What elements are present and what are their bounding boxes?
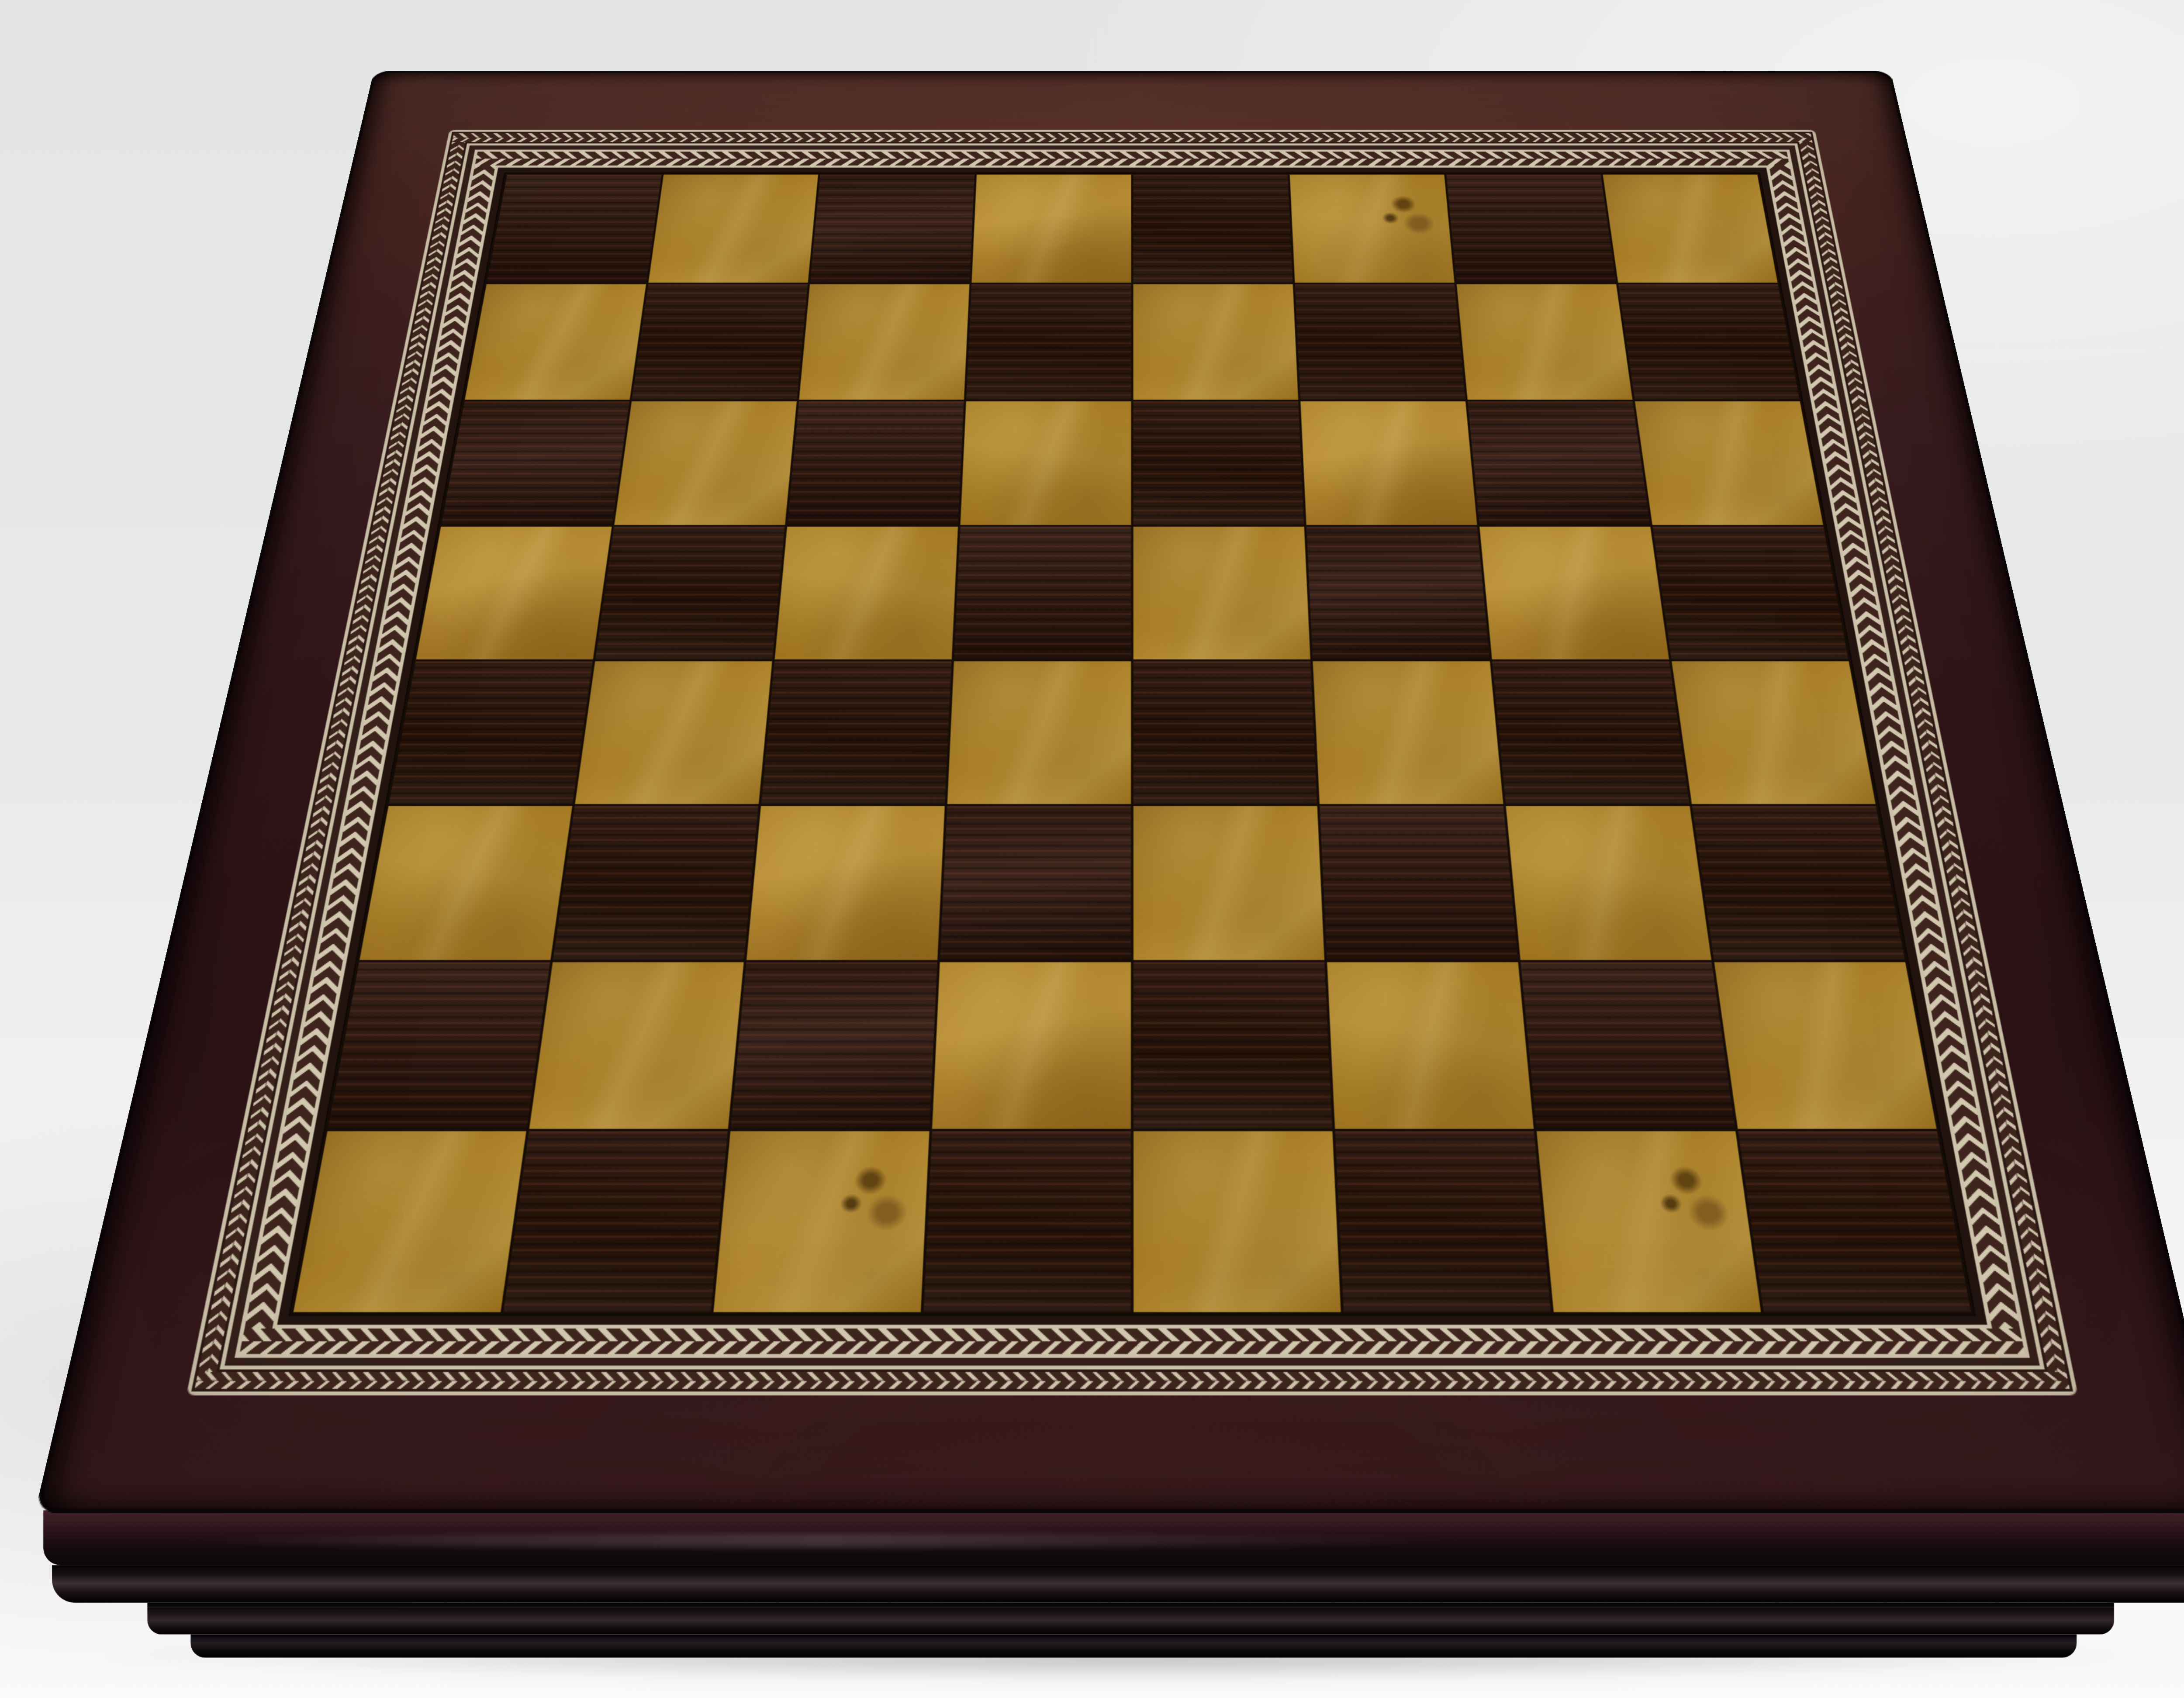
square-r6c2-dark [731, 962, 937, 1129]
square-r6c5-light [1327, 962, 1534, 1129]
square-r2c0-dark [441, 401, 629, 525]
square-r0c7-light [1603, 175, 1777, 283]
inlay-band-strip [239, 1329, 2025, 1354]
square-r6c4-dark [1133, 962, 1332, 1129]
square-r1c4-light [1133, 284, 1298, 400]
inlay-band-strip [195, 1372, 2070, 1389]
square-r0c1-light [648, 175, 818, 283]
square-r1c7-dark [1618, 284, 1800, 400]
square-r1c6-light [1457, 284, 1633, 400]
square-r5c6-light [1506, 806, 1711, 960]
square-r4c6-dark [1492, 661, 1689, 804]
square-r3c6-light [1479, 527, 1669, 659]
chess-board-grid [290, 173, 1974, 1315]
square-r2c5-light [1300, 401, 1477, 525]
square-r3c3-dark [954, 527, 1131, 659]
photo-scene [0, 0, 2184, 1698]
square-r7c3-dark [923, 1131, 1131, 1312]
square-r4c3-light [947, 661, 1131, 804]
square-r7c0-light [294, 1131, 526, 1312]
inlay-band-strip [475, 152, 1790, 166]
square-r1c1-dark [632, 284, 808, 400]
square-r2c1-light [614, 401, 797, 525]
lid-molding-edge [52, 1565, 2184, 1603]
square-r1c2-light [799, 284, 969, 400]
square-r3c2-light [775, 527, 958, 659]
square-r0c3-light [971, 175, 1131, 283]
box-base-layer [190, 1635, 2077, 1658]
square-r2c6-dark [1468, 401, 1650, 525]
square-r0c0-dark [487, 175, 661, 283]
lid-gloss-highlight [174, 1533, 1480, 1548]
square-r7c7-dark [1738, 1131, 1971, 1312]
box-body-layer [147, 1603, 2114, 1635]
lid-front-edge [43, 1510, 2184, 1565]
square-r0c5-light [1290, 175, 1455, 283]
chess-board-lid [35, 71, 2184, 1513]
square-r4c2-dark [761, 661, 951, 804]
square-r2c3-light [961, 401, 1131, 525]
square-r6c0-dark [328, 962, 550, 1129]
square-r6c3-light [932, 962, 1131, 1129]
square-r2c2-dark [787, 401, 964, 525]
square-r3c7-dark [1652, 527, 1848, 659]
square-r0c6-dark [1446, 175, 1616, 283]
square-r3c0-light [416, 527, 612, 659]
square-r4c4-dark [1133, 661, 1317, 804]
square-r2c7-light [1635, 401, 1823, 525]
square-r7c1-dark [504, 1131, 728, 1312]
square-r3c1-dark [595, 527, 785, 659]
square-r5c7-dark [1692, 806, 1905, 960]
square-r1c0-light [465, 284, 646, 400]
square-r7c2-light [713, 1131, 929, 1312]
square-r5c3-dark [940, 806, 1131, 960]
square-r5c1-dark [553, 806, 758, 960]
square-r4c7-light [1672, 661, 1876, 804]
square-r0c2-dark [810, 175, 975, 283]
square-r5c2-light [746, 806, 945, 960]
square-r1c3-dark [966, 284, 1131, 400]
square-r3c4-light [1133, 527, 1310, 659]
square-r4c0-dark [389, 661, 593, 804]
square-r1c5-dark [1295, 284, 1465, 400]
square-r7c5-dark [1335, 1131, 1551, 1312]
square-r6c6-dark [1521, 962, 1735, 1129]
square-r4c5-light [1313, 661, 1503, 804]
square-r7c6-light [1537, 1131, 1761, 1312]
square-r5c0-light [359, 806, 572, 960]
square-r5c5-dark [1320, 806, 1518, 960]
square-r6c1-light [529, 962, 744, 1129]
square-r2c4-dark [1133, 401, 1304, 525]
square-r4c1-light [575, 661, 772, 804]
square-r6c7-light [1714, 962, 1936, 1129]
square-r7c4-light [1133, 1131, 1341, 1312]
square-r5c4-light [1133, 806, 1324, 960]
square-r0c4-dark [1133, 175, 1292, 283]
inlay-band-strip [452, 133, 1812, 142]
square-r3c5-dark [1306, 527, 1490, 659]
